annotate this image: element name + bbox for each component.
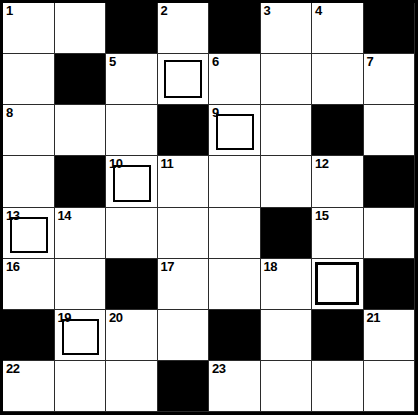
- cell-r4c3[interactable]: 10: [106, 156, 158, 207]
- cell-r3c8[interactable]: [364, 105, 416, 156]
- cell-r8c1[interactable]: 22: [3, 361, 55, 412]
- black-cell-r5c6: [261, 208, 313, 259]
- cell-r5c5[interactable]: [209, 208, 261, 259]
- cell-r8c5[interactable]: 23: [209, 361, 261, 412]
- clue-number: 17: [161, 260, 174, 274]
- cell-r1c1[interactable]: 1: [3, 3, 55, 54]
- clue-number: 5: [109, 55, 116, 69]
- cell-r8c8[interactable]: [364, 361, 416, 412]
- cell-r6c2[interactable]: [55, 259, 107, 310]
- clue-number: 8: [6, 106, 13, 120]
- black-cell-r1c8: [364, 3, 416, 54]
- cell-r2c8[interactable]: 7: [364, 54, 416, 105]
- black-cell-r7c5: [209, 310, 261, 361]
- cell-r4c7[interactable]: 12: [312, 156, 364, 207]
- clue-number: 7: [367, 55, 374, 69]
- cell-r5c8[interactable]: [364, 208, 416, 259]
- clue-number: 13: [6, 209, 19, 223]
- cell-r8c6[interactable]: [261, 361, 313, 412]
- clue-number: 14: [58, 209, 71, 223]
- cell-r2c5[interactable]: 6: [209, 54, 261, 105]
- black-cell-r4c2: [55, 156, 107, 207]
- black-cell-r3c4: [158, 105, 210, 156]
- cell-r7c4[interactable]: [158, 310, 210, 361]
- clue-number: 6: [212, 55, 219, 69]
- clue-number: 16: [6, 260, 19, 274]
- cell-r4c1[interactable]: [3, 156, 55, 207]
- cell-r5c2[interactable]: 14: [55, 208, 107, 259]
- cell-r4c5[interactable]: [209, 156, 261, 207]
- black-cell-r7c1: [3, 310, 55, 361]
- cell-r5c1[interactable]: 13: [3, 208, 55, 259]
- clue-number: 12: [315, 157, 328, 171]
- clue-number: 20: [109, 311, 122, 325]
- black-cell-r1c3: [106, 3, 158, 54]
- cell-r2c1[interactable]: [3, 54, 55, 105]
- cell-r2c7[interactable]: [312, 54, 364, 105]
- cell-r6c6[interactable]: 18: [261, 259, 313, 310]
- clue-number: 3: [264, 4, 271, 18]
- cell-r1c7[interactable]: 4: [312, 3, 364, 54]
- black-cell-r4c8: [364, 156, 416, 207]
- black-cell-r8c4: [158, 361, 210, 412]
- cell-r7c3[interactable]: 20: [106, 310, 158, 361]
- clue-number: 23: [212, 362, 225, 376]
- cell-r8c3[interactable]: [106, 361, 158, 412]
- cell-r1c6[interactable]: 3: [261, 3, 313, 54]
- cell-r7c8[interactable]: 21: [364, 310, 416, 361]
- marked-square: [164, 60, 203, 98]
- cell-r6c4[interactable]: 17: [158, 259, 210, 310]
- cell-r3c5[interactable]: 9: [209, 105, 261, 156]
- cell-r2c6[interactable]: [261, 54, 313, 105]
- clue-number: 21: [367, 311, 380, 325]
- cell-r3c1[interactable]: 8: [3, 105, 55, 156]
- marked-square: [216, 114, 254, 150]
- cell-r6c7[interactable]: [312, 259, 364, 310]
- clue-number: 15: [315, 209, 328, 223]
- cell-r4c4[interactable]: 11: [158, 156, 210, 207]
- cell-r8c2[interactable]: [55, 361, 107, 412]
- cell-r2c3[interactable]: 5: [106, 54, 158, 105]
- cell-r6c5[interactable]: [209, 259, 261, 310]
- black-cell-r3c7: [312, 105, 364, 156]
- black-cell-r6c8: [364, 259, 416, 310]
- black-cell-r6c3: [106, 259, 158, 310]
- cell-r7c6[interactable]: [261, 310, 313, 361]
- clue-number: 1: [6, 4, 13, 18]
- clue-number: 9: [212, 106, 219, 120]
- cell-r3c2[interactable]: [55, 105, 107, 156]
- black-cell-r7c7: [312, 310, 364, 361]
- clue-number: 2: [161, 4, 168, 18]
- clue-number: 4: [315, 4, 322, 18]
- cell-r3c3[interactable]: [106, 105, 158, 156]
- crossword-grid: 1234567891011121314151617181920212223: [0, 0, 418, 415]
- cell-r5c4[interactable]: [158, 208, 210, 259]
- black-cell-r2c2: [55, 54, 107, 105]
- clue-number: 22: [6, 362, 19, 376]
- clue-number: 19: [58, 311, 71, 325]
- clue-number: 11: [161, 157, 174, 171]
- clue-number: 10: [109, 157, 122, 171]
- cell-r6c1[interactable]: 16: [3, 259, 55, 310]
- cell-r7c2[interactable]: 19: [55, 310, 107, 361]
- cell-r2c4[interactable]: [158, 54, 210, 105]
- cell-r8c7[interactable]: [312, 361, 364, 412]
- marked-square: [315, 262, 359, 305]
- cell-r5c3[interactable]: [106, 208, 158, 259]
- cell-r5c7[interactable]: 15: [312, 208, 364, 259]
- clue-number: 18: [264, 260, 277, 274]
- cell-r4c6[interactable]: [261, 156, 313, 207]
- cell-r3c6[interactable]: [261, 105, 313, 156]
- cell-r1c2[interactable]: [55, 3, 107, 54]
- black-cell-r1c5: [209, 3, 261, 54]
- cell-r1c4[interactable]: 2: [158, 3, 210, 54]
